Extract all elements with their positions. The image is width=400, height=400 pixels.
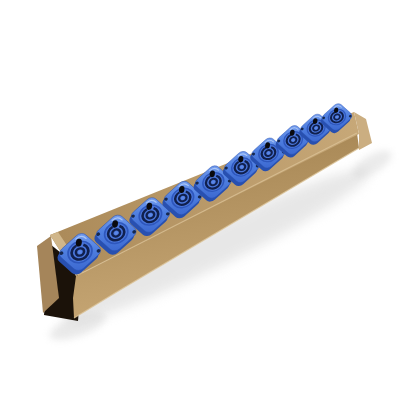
product-photo: Product photo: a long folded cardboard U…	[0, 0, 400, 400]
scene-svg: Product photo: a long folded cardboard U…	[0, 0, 400, 400]
cardboard-tray	[37, 112, 372, 321]
